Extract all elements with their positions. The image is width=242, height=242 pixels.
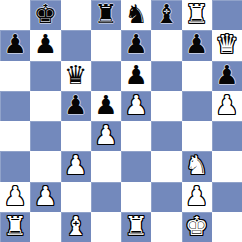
square-f8[interactable]: ♝	[151, 0, 181, 30]
square-a4[interactable]	[0, 121, 30, 151]
square-d6[interactable]	[91, 61, 121, 91]
white-knight[interactable]: ♞	[185, 152, 208, 178]
white-queen[interactable]: ♛	[215, 31, 238, 57]
square-c4[interactable]	[61, 121, 91, 151]
square-a8[interactable]	[0, 0, 30, 30]
square-e8[interactable]: ♞	[121, 0, 151, 30]
white-pawn[interactable]: ♟	[3, 183, 26, 209]
black-pawn[interactable]: ♟	[124, 31, 147, 57]
black-pawn[interactable]: ♟	[94, 92, 117, 118]
square-c3[interactable]: ♟	[61, 151, 91, 181]
square-e1[interactable]: ♜	[121, 212, 151, 242]
square-d7[interactable]	[91, 30, 121, 60]
chess-board: ♚♜♞♝♜♟♟♟♟♛♛♟♟♟♟♟♟♟♟♞♟♟♟♜♝♜♚	[0, 0, 242, 242]
square-e5[interactable]: ♟	[121, 91, 151, 121]
white-pawn[interactable]: ♟	[94, 122, 117, 148]
square-d1[interactable]	[91, 212, 121, 242]
square-a7[interactable]: ♟	[0, 30, 30, 60]
square-b1[interactable]	[30, 212, 60, 242]
square-h4[interactable]	[212, 121, 242, 151]
white-pawn[interactable]: ♟	[215, 92, 238, 118]
square-d4[interactable]: ♟	[91, 121, 121, 151]
square-g8[interactable]: ♜	[182, 0, 212, 30]
white-pawn[interactable]: ♟	[34, 183, 57, 209]
white-pawn[interactable]: ♟	[64, 152, 87, 178]
black-rook[interactable]: ♜	[94, 1, 117, 27]
square-e3[interactable]	[121, 151, 151, 181]
black-pawn[interactable]: ♟	[64, 92, 87, 118]
square-f7[interactable]	[151, 30, 181, 60]
square-a3[interactable]	[0, 151, 30, 181]
square-f3[interactable]	[151, 151, 181, 181]
square-c1[interactable]: ♝	[61, 212, 91, 242]
square-d8[interactable]: ♜	[91, 0, 121, 30]
square-f1[interactable]	[151, 212, 181, 242]
black-king[interactable]: ♚	[34, 1, 57, 27]
black-knight[interactable]: ♞	[124, 1, 147, 27]
square-h8[interactable]	[212, 0, 242, 30]
square-h7[interactable]: ♛	[212, 30, 242, 60]
square-b4[interactable]	[30, 121, 60, 151]
square-b2[interactable]: ♟	[30, 182, 60, 212]
black-pawn[interactable]: ♟	[3, 31, 26, 57]
black-pawn[interactable]: ♟	[124, 62, 147, 88]
square-c2[interactable]	[61, 182, 91, 212]
square-e2[interactable]	[121, 182, 151, 212]
square-g6[interactable]	[182, 61, 212, 91]
black-queen[interactable]: ♛	[64, 62, 87, 88]
square-c7[interactable]	[61, 30, 91, 60]
black-pawn[interactable]: ♟	[34, 31, 57, 57]
square-h6[interactable]: ♟	[212, 61, 242, 91]
square-f2[interactable]	[151, 182, 181, 212]
square-c5[interactable]: ♟	[61, 91, 91, 121]
square-b3[interactable]	[30, 151, 60, 181]
square-a5[interactable]	[0, 91, 30, 121]
white-rook[interactable]: ♜	[3, 213, 26, 239]
square-f6[interactable]	[151, 61, 181, 91]
square-a2[interactable]: ♟	[0, 182, 30, 212]
white-bishop[interactable]: ♝	[64, 213, 87, 239]
square-c8[interactable]	[61, 0, 91, 30]
square-d3[interactable]	[91, 151, 121, 181]
square-g5[interactable]	[182, 91, 212, 121]
square-b8[interactable]: ♚	[30, 0, 60, 30]
square-c6[interactable]: ♛	[61, 61, 91, 91]
square-e7[interactable]: ♟	[121, 30, 151, 60]
square-g7[interactable]: ♟	[182, 30, 212, 60]
square-e6[interactable]: ♟	[121, 61, 151, 91]
square-h1[interactable]	[212, 212, 242, 242]
black-bishop[interactable]: ♝	[155, 1, 178, 27]
square-f5[interactable]	[151, 91, 181, 121]
square-f4[interactable]	[151, 121, 181, 151]
white-pawn[interactable]: ♟	[185, 183, 208, 209]
square-d5[interactable]: ♟	[91, 91, 121, 121]
square-h2[interactable]	[212, 182, 242, 212]
white-rook[interactable]: ♜	[124, 213, 147, 239]
square-a1[interactable]: ♜	[0, 212, 30, 242]
square-b6[interactable]	[30, 61, 60, 91]
white-rook[interactable]: ♜	[185, 1, 208, 27]
white-pawn[interactable]: ♟	[124, 92, 147, 118]
square-g3[interactable]: ♞	[182, 151, 212, 181]
square-g4[interactable]	[182, 121, 212, 151]
square-b5[interactable]	[30, 91, 60, 121]
white-king[interactable]: ♚	[185, 213, 208, 239]
square-h3[interactable]	[212, 151, 242, 181]
black-pawn[interactable]: ♟	[215, 62, 238, 88]
square-g1[interactable]: ♚	[182, 212, 212, 242]
square-e4[interactable]	[121, 121, 151, 151]
square-d2[interactable]	[91, 182, 121, 212]
square-g2[interactable]: ♟	[182, 182, 212, 212]
black-pawn[interactable]: ♟	[185, 31, 208, 57]
square-h5[interactable]: ♟	[212, 91, 242, 121]
square-b7[interactable]: ♟	[30, 30, 60, 60]
square-a6[interactable]	[0, 61, 30, 91]
